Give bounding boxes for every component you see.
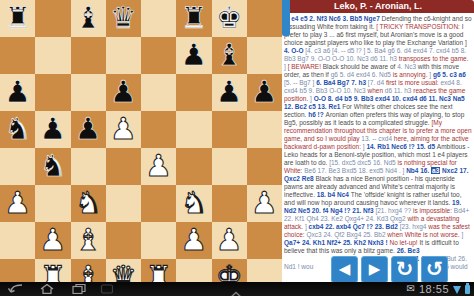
signal-icon — [453, 286, 461, 294]
status-cluster: ✉ 18:55 — [407, 282, 470, 296]
black-rook[interactable]: ♜ — [0, 0, 35, 36]
white-pawn[interactable]: ♟ — [35, 222, 70, 258]
square-b5[interactable]: ♟ — [35, 111, 70, 148]
square-e3[interactable] — [141, 185, 176, 222]
square-a2[interactable] — [0, 222, 35, 259]
black-pawn[interactable]: ♟ — [176, 37, 211, 73]
chess-board[interactable]: ♜♝♛♜♚♟♝♟♟♟♟♞♟♟♟♞♟♟♞♞♟♟♝♟♟♜♝♛♜♚ — [0, 0, 282, 296]
square-h2[interactable] — [247, 222, 282, 259]
square-g8[interactable]: ♚ — [212, 0, 247, 37]
text-segment: 6. Ba4 Bg7 7. h3 — [316, 79, 368, 86]
square-f6[interactable] — [176, 74, 211, 111]
text-segment: 26. Be3 — [397, 247, 420, 254]
text-segment: 13. -- cxd4 — [361, 135, 394, 142]
text-segment: first is more usual: — [386, 79, 441, 86]
scrollbar-thumb[interactable] — [282, 0, 290, 36]
square-h7[interactable] — [247, 37, 282, 74]
black-rook[interactable]: ♜ — [176, 0, 211, 36]
text-segment: g6 5. d4 exd4 6. Nd5 — [331, 71, 393, 78]
black-bishop[interactable]: ♝ — [212, 37, 247, 73]
reset-position-button[interactable]: ↺ — [421, 256, 448, 283]
square-e4[interactable]: ♟ — [141, 148, 176, 185]
square-c7[interactable] — [71, 37, 106, 74]
square-d5[interactable]: ♟ — [106, 111, 141, 148]
text-segment: [5. -- Bg7 ] — [284, 79, 316, 86]
square-g5[interactable] — [212, 111, 247, 148]
text-segment: 14. Rb1 Nec6 !? 15. d5 — [366, 143, 436, 150]
black-pawn[interactable]: ♟ — [71, 111, 106, 147]
battery-icon — [465, 285, 470, 294]
square-e6[interactable] — [141, 74, 176, 111]
text-segment: No let-up! — [390, 239, 420, 246]
square-h4[interactable] — [247, 148, 282, 185]
square-a3[interactable]: ♟ — [0, 185, 35, 222]
black-pawn[interactable]: ♟ — [0, 74, 35, 110]
text-segment: is annoying. — [393, 71, 430, 78]
square-g7[interactable]: ♝ — [212, 37, 247, 74]
move-controls: ◀ ▶ ↻ ↺ — [331, 256, 448, 283]
black-bishop[interactable]: ♝ — [71, 0, 106, 36]
text-segment: g6 5. c3 a6 — [433, 71, 466, 78]
square-b3[interactable] — [35, 185, 70, 222]
screenshot-button[interactable] — [100, 284, 118, 294]
white-pawn[interactable]: ♟ — [106, 111, 141, 147]
text-segment: is impossible: — [413, 207, 454, 214]
white-pawn[interactable]: ♟ — [247, 185, 282, 221]
app-screen: ♜♝♛♜♚♟♝♟♟♟♟♞♟♟♟♞♟♟♞♞♟♟♝♟♟♜♝♛♜♚ Leko, P. … — [0, 0, 474, 296]
annotation-text[interactable]: 1. e4 e5 2. Nf3 Nc6 3. Bb5 Nge7 Defendin… — [282, 13, 474, 283]
white-bishop[interactable]: ♝ — [71, 222, 106, 258]
square-g2[interactable]: ♟ — [212, 222, 247, 259]
black-knight[interactable]: ♞ — [35, 148, 70, 184]
black-pawn[interactable]: ♟ — [247, 74, 282, 110]
square-a6[interactable]: ♟ — [0, 74, 35, 111]
system-bar: ✉ 18:55 — [0, 282, 474, 296]
text-segment: 18. b4 Nc4 — [317, 191, 351, 198]
square-h6[interactable]: ♟ — [247, 74, 282, 111]
text-segment: [ BEWARE! — [288, 63, 323, 70]
recent-apps-button[interactable] — [72, 284, 90, 294]
white-pawn[interactable]: ♟ — [176, 222, 211, 258]
left-arrow-icon: ◀ — [339, 262, 351, 277]
flip-board-button[interactable]: ↻ — [391, 256, 418, 283]
white-knight[interactable]: ♞ — [71, 185, 106, 221]
square-f2[interactable]: ♟ — [176, 222, 211, 259]
square-e2[interactable] — [141, 222, 176, 259]
square-d3[interactable] — [106, 185, 141, 222]
text-segment: [7. d4 — [368, 79, 386, 86]
text-segment: when White is not worse. — [387, 231, 461, 238]
square-e5[interactable] — [141, 111, 176, 148]
text-segment: cxb4 22. axb4 Qc7 !? 23. Bd2 — [309, 223, 400, 230]
text-segment: Black should be aware of — [323, 63, 397, 70]
white-pawn[interactable]: ♟ — [212, 222, 247, 258]
square-g3[interactable] — [212, 185, 247, 222]
current-move-highlight[interactable]: a3 — [431, 167, 440, 174]
square-a8[interactable]: ♜ — [0, 0, 35, 37]
square-d6[interactable]: ♟ — [106, 74, 141, 111]
white-pawn[interactable]: ♟ — [0, 185, 35, 221]
text-segment: Nb4 16. — [406, 167, 431, 174]
text-segment: Qxc3 24. Qf2 Bxg4 25. Bb2 — [306, 231, 387, 238]
white-knight[interactable]: ♞ — [176, 185, 211, 221]
square-b2[interactable]: ♟ — [35, 222, 70, 259]
right-arrow-icon: ▶ — [369, 262, 381, 277]
square-h5[interactable] — [247, 111, 282, 148]
text-segment: 4. O-O — [284, 47, 305, 54]
text-segment: Qa7+ 24. Kh1 Nf2+ 25. Kh2 Nxh3 ! — [284, 239, 390, 246]
square-b4[interactable]: ♞ — [35, 148, 70, 185]
text-segment: [ TRICKY TRANSPOSITION: — [376, 23, 462, 30]
square-f7[interactable]: ♟ — [176, 37, 211, 74]
square-f5[interactable] — [176, 111, 211, 148]
square-d8[interactable]: ♛ — [106, 0, 141, 37]
square-d2[interactable] — [106, 222, 141, 259]
text-segment: [21. hxg4 ?? — [375, 207, 413, 214]
square-d4[interactable] — [106, 148, 141, 185]
square-b8[interactable] — [35, 0, 70, 37]
square-c3[interactable]: ♞ — [71, 185, 106, 222]
prev-move-button[interactable]: ◀ — [331, 256, 358, 283]
black-pawn[interactable]: ♟ — [106, 74, 141, 110]
square-e8[interactable] — [141, 0, 176, 37]
black-pawn[interactable]: ♟ — [212, 74, 247, 110]
square-g6[interactable]: ♟ — [212, 74, 247, 111]
black-pawn[interactable]: ♟ — [35, 111, 70, 147]
text-segment: transposes to the game. — [399, 55, 469, 62]
text-segment: ] — [461, 231, 463, 238]
text-segment: when — [367, 87, 384, 94]
text-segment: 1. e4 e5 2. Nf3 Nc6 3. Bb5 Nge7 — [284, 15, 382, 22]
home-button[interactable] — [40, 284, 58, 294]
square-h8[interactable] — [247, 0, 282, 37]
square-c8[interactable]: ♝ — [71, 0, 106, 37]
game-title: Leko, P. - Aronian, L. — [282, 0, 474, 13]
text-segment: h6 !? — [308, 111, 325, 118]
black-queen[interactable]: ♛ — [106, 0, 141, 36]
square-d7[interactable] — [106, 37, 141, 74]
next-move-button[interactable]: ▶ — [361, 256, 388, 283]
text-segment: d6 11. h3 — [385, 87, 413, 94]
chevron-up-icon[interactable] — [228, 285, 244, 293]
text-segment: [23. hxg4 — [400, 223, 429, 230]
square-b6[interactable] — [35, 74, 70, 111]
text-segment: Be6 17. Be3 Bxd5 18. exd5 Nd4 . ] — [304, 167, 406, 174]
status-clock: 18:55 — [419, 282, 449, 296]
square-e7[interactable] — [141, 37, 176, 74]
square-a5[interactable]: ♞ — [0, 111, 35, 148]
rotate-ccw-icon: ↺ — [426, 259, 444, 280]
square-b7[interactable] — [35, 37, 70, 74]
square-c5[interactable]: ♟ — [71, 111, 106, 148]
square-c2[interactable]: ♝ — [71, 222, 106, 259]
rotate-cw-icon: ↻ — [396, 259, 414, 280]
square-c6[interactable] — [71, 74, 106, 111]
analysis-panel: Leko, P. - Aronian, L. 1. e4 e5 2. Nf3 N… — [282, 0, 474, 296]
square-g4[interactable] — [212, 148, 247, 185]
square-c4[interactable] — [71, 148, 106, 185]
text-segment: 4. Nc3 — [397, 63, 418, 70]
black-king[interactable]: ♚ — [212, 0, 247, 36]
black-knight[interactable]: ♞ — [0, 111, 35, 147]
square-a7[interactable] — [0, 37, 35, 74]
back-button[interactable] — [8, 284, 26, 294]
square-f4[interactable] — [176, 148, 211, 185]
square-f8[interactable]: ♜ — [176, 0, 211, 37]
email-notification-icon: ✉ — [407, 282, 415, 296]
square-f3[interactable]: ♞ — [176, 185, 211, 222]
square-h3[interactable]: ♟ — [247, 185, 282, 222]
text-segment: [15. dxc5 dxc5 16. Nd5 — [329, 159, 397, 166]
square-a4[interactable] — [0, 148, 35, 185]
white-pawn[interactable]: ♟ — [141, 148, 176, 184]
